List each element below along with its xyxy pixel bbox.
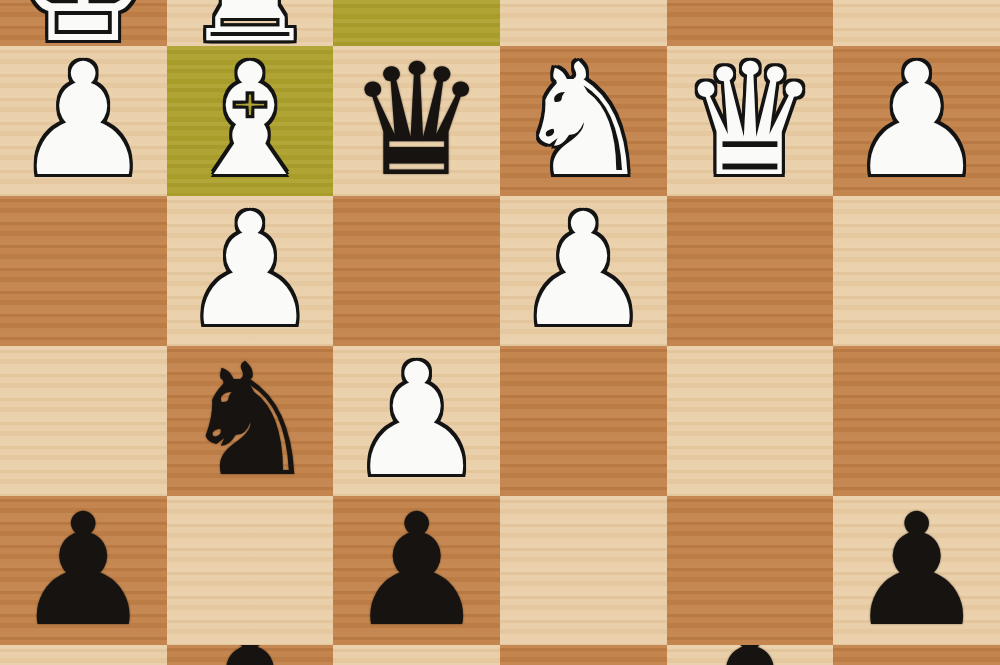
square-f1[interactable]: ♜ [167,0,334,46]
white-pawn[interactable]: ♟ [0,46,167,196]
square-f2[interactable]: ♝ [167,46,334,196]
square-c2[interactable]: ♛ [667,46,834,196]
white-knight[interactable]: ♞ [500,46,667,196]
black-queen[interactable]: ♛ [333,46,500,196]
square-d1[interactable] [500,0,667,46]
square-d5[interactable] [500,496,667,645]
chess-board: ♚♜♟♝♛♞♛♟♟♟♞♟♟♟♟♟♟ [0,0,1000,665]
square-f5[interactable] [167,496,334,645]
white-rook[interactable]: ♜ [167,0,334,46]
black-knight[interactable]: ♞ [167,346,334,496]
square-c5[interactable] [667,496,834,645]
square-d4[interactable] [500,346,667,496]
white-pawn[interactable]: ♟ [500,196,667,346]
square-f3[interactable]: ♟ [167,196,334,346]
square-f6[interactable]: ♟ [167,645,334,665]
square-b5[interactable]: ♟ [833,496,1000,645]
square-e2[interactable]: ♛ [333,46,500,196]
square-g1[interactable]: ♚ [0,0,167,46]
square-c4[interactable] [667,346,834,496]
square-d2[interactable]: ♞ [500,46,667,196]
white-king[interactable]: ♚ [0,0,167,46]
square-c6[interactable]: ♟ [667,645,834,665]
black-pawn[interactable]: ♟ [667,645,834,665]
square-c3[interactable] [667,196,834,346]
white-pawn[interactable]: ♟ [833,46,1000,196]
square-d3[interactable]: ♟ [500,196,667,346]
white-pawn[interactable]: ♟ [167,196,334,346]
square-c1[interactable] [667,0,834,46]
white-pawn[interactable]: ♟ [333,346,500,496]
square-f4[interactable]: ♞ [167,346,334,496]
square-e6[interactable] [333,645,500,665]
square-e3[interactable] [333,196,500,346]
square-b2[interactable]: ♟ [833,46,1000,196]
square-e1[interactable] [333,0,500,46]
black-pawn[interactable]: ♟ [333,496,500,645]
black-pawn[interactable]: ♟ [833,496,1000,645]
square-b1[interactable] [833,0,1000,46]
square-e5[interactable]: ♟ [333,496,500,645]
square-d6[interactable] [500,645,667,665]
square-b4[interactable] [833,346,1000,496]
black-pawn[interactable]: ♟ [0,496,167,645]
square-g2[interactable]: ♟ [0,46,167,196]
white-bishop[interactable]: ♝ [167,46,334,196]
square-g6[interactable] [0,645,167,665]
white-queen[interactable]: ♛ [667,46,834,196]
square-e4[interactable]: ♟ [333,346,500,496]
black-pawn[interactable]: ♟ [167,645,334,665]
square-b3[interactable] [833,196,1000,346]
square-b6[interactable] [833,645,1000,665]
square-g3[interactable] [0,196,167,346]
square-g5[interactable]: ♟ [0,496,167,645]
square-g4[interactable] [0,346,167,496]
